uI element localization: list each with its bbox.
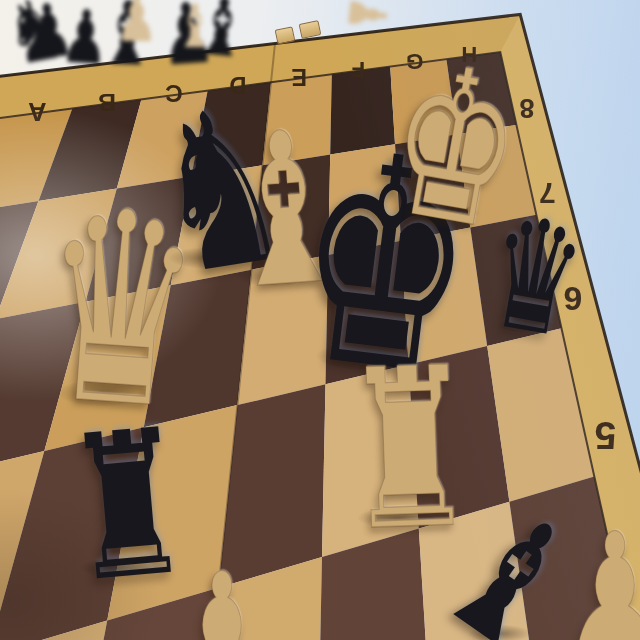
pawn-glyph: ♟ — [559, 509, 640, 640]
captured-piece: ♟ — [340, 0, 395, 33]
captured-piece: ♝ — [192, 0, 252, 70]
captured-piece: ♟ — [115, 0, 158, 52]
pawn-glyph: ♟ — [166, 549, 278, 640]
chess-piece-white-pawn-h4: ♟ — [530, 509, 640, 640]
captured-pieces-cluster: ♞♟♟♝♟♟♝♝♟ — [0, 0, 640, 110]
chessboard-photo: ABCDEFGH8765 ♛♞♝♚♚♛♜♜♝♟♟ ♞♟♟♝♟♟♝♝♟ — [0, 0, 640, 640]
chess-piece-white-pawn-e4: ♟ — [137, 549, 307, 640]
